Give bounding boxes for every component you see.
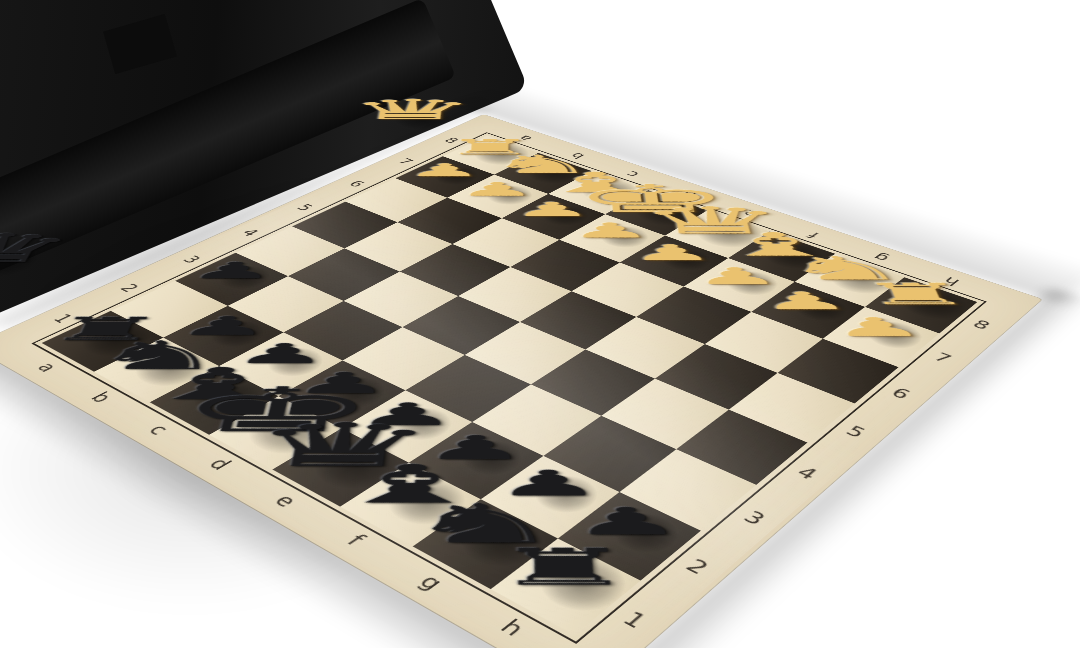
chess-set-product-photo: 11aa22bb33cc44dd55ee66ff77gg88hh ♜♞♝♚♛♝♞… — [0, 0, 1080, 648]
